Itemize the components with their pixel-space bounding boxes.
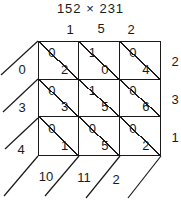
multiplicand-digit-2: 5 — [97, 22, 104, 35]
cell-r1c0: 0 3 — [39, 80, 79, 118]
cell-r2c1: 0 5 — [79, 117, 119, 155]
cell-r1c1-ones: 5 — [101, 100, 108, 113]
diagonal-bottom-3 — [128, 156, 161, 198]
cell-r1c2-tens: 0 — [129, 83, 136, 96]
sum-digit-left-1: 0 — [18, 63, 25, 76]
cell-r0c1: 1 0 — [79, 42, 119, 80]
cell-r2c0: 0 1 — [39, 117, 79, 155]
cell-r2c2-ones: 2 — [142, 138, 149, 151]
cell-r0c2: 0 4 — [120, 42, 160, 80]
cell-r0c1-ones: 0 — [101, 62, 108, 75]
cell-r0c2-ones: 4 — [142, 62, 149, 75]
problem-title: 152 × 231 — [0, 1, 181, 16]
multiplicand-digit-1: 1 — [66, 23, 73, 36]
cell-r0c0: 0 2 — [39, 42, 79, 80]
multiplier-digit-2: 3 — [171, 93, 178, 106]
cell-r2c0-tens: 0 — [48, 121, 55, 134]
cell-r2c2-tens: 0 — [129, 121, 136, 134]
cell-r0c1-tens: 1 — [89, 46, 96, 59]
cell-r0c2-tens: 0 — [129, 46, 136, 59]
cell-r2c1-tens: 0 — [89, 121, 96, 134]
sum-bottom-1: 10 — [39, 170, 53, 183]
diagonal-left-4 — [4, 156, 38, 196]
cell-r2c2: 0 2 — [120, 117, 160, 155]
multiplicand-digit-3: 2 — [127, 23, 134, 36]
cell-r2c1-ones: 5 — [101, 138, 108, 151]
cell-r2c0-ones: 1 — [61, 138, 68, 151]
sum-digit-left-3: 4 — [17, 143, 24, 156]
lattice-grid: 0 2 1 0 0 4 0 3 1 5 0 6 0 1 0 5 — [38, 41, 161, 156]
sum-digit-left-2: 3 — [18, 101, 25, 114]
sum-bottom-2: 11 — [77, 171, 91, 184]
cell-r1c1: 1 5 — [79, 80, 119, 118]
cell-r1c0-ones: 3 — [61, 100, 68, 113]
cell-r1c0-tens: 0 — [48, 83, 55, 96]
multiplier-digit-3: 1 — [171, 131, 178, 144]
multiplier-digit-1: 2 — [171, 55, 178, 68]
cell-r1c1-tens: 1 — [89, 83, 96, 96]
cell-r1c2-ones: 6 — [142, 100, 149, 113]
cell-r0c0-ones: 2 — [61, 62, 68, 75]
cell-r0c0-tens: 0 — [48, 46, 55, 59]
sum-bottom-3: 2 — [112, 173, 119, 186]
lattice-multiplication-diagram: 152 × 231 1 5 2 0 2 1 0 0 4 0 3 1 5 0 6 — [0, 0, 181, 200]
cell-r1c2: 0 6 — [120, 80, 160, 118]
